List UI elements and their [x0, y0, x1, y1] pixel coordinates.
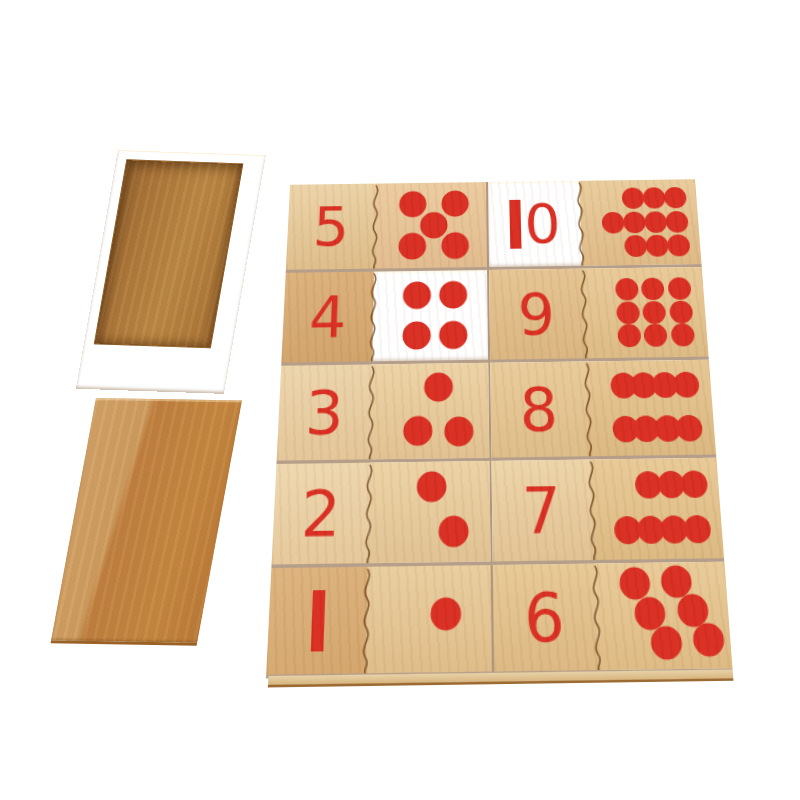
number-tile-2[interactable]: 2 — [272, 463, 370, 565]
red-dot — [399, 233, 427, 260]
red-dot — [669, 300, 693, 323]
puzzle-board: 504938276 — [266, 179, 733, 678]
red-dot — [680, 471, 708, 499]
red-dot — [438, 515, 468, 547]
domino-pair-7: 7 — [491, 458, 724, 565]
red-dot — [667, 234, 691, 256]
red-dot — [683, 515, 712, 543]
dots-tile-4[interactable] — [372, 270, 488, 361]
number-tile-6[interactable]: 6 — [492, 564, 598, 672]
dots-tile-2[interactable] — [368, 461, 490, 563]
red-dot — [664, 187, 688, 208]
dots-tile-10[interactable] — [579, 179, 702, 265]
dots-tile-7[interactable] — [590, 458, 724, 560]
number-tile-3[interactable]: 3 — [277, 364, 372, 460]
box-lid[interactable] — [51, 398, 242, 646]
number-tile-4[interactable]: 4 — [281, 272, 374, 363]
number-tile-9[interactable]: 9 — [489, 269, 586, 360]
dots-tile-6[interactable] — [594, 562, 732, 670]
domino-pair-1 — [266, 565, 494, 679]
numeral-5: 5 — [312, 199, 351, 254]
red-dot — [420, 211, 447, 238]
red-dot — [622, 188, 645, 209]
red-dot — [402, 321, 431, 350]
dots-tile-1[interactable] — [365, 565, 491, 673]
dots-tile-9[interactable] — [582, 267, 708, 358]
numeral-9: 9 — [517, 285, 557, 343]
domino-pair-10: 0 — [488, 179, 702, 270]
red-dot — [441, 190, 468, 216]
domino-pair-2: 2 — [271, 461, 492, 568]
domino-pair-9: 9 — [489, 267, 709, 363]
red-dot — [423, 372, 452, 401]
red-dot — [641, 277, 665, 300]
red-dot — [650, 626, 683, 660]
domino-pair-4: 4 — [281, 270, 490, 366]
red-dot — [616, 301, 640, 324]
red-dot — [417, 471, 447, 502]
red-dot — [403, 416, 432, 446]
scene: 504938276 — [0, 0, 800, 800]
domino-pair-6: 6 — [492, 562, 732, 676]
numeral-one-bar — [310, 589, 325, 650]
box-cavity — [94, 159, 244, 348]
numeral-6: 6 — [523, 583, 566, 652]
numeral-2: 2 — [300, 481, 343, 546]
red-dot — [619, 567, 651, 600]
red-dot — [441, 232, 469, 259]
number-tile-1[interactable] — [266, 567, 367, 675]
number-tile-7[interactable]: 7 — [491, 460, 594, 562]
number-tile-8[interactable]: 8 — [490, 361, 590, 457]
red-dot — [693, 623, 726, 657]
red-dot — [665, 210, 689, 232]
red-dot — [445, 416, 474, 446]
red-dot — [399, 191, 426, 217]
red-dot — [644, 211, 668, 233]
red-dot — [645, 235, 669, 257]
numeral-3: 3 — [304, 381, 345, 443]
red-dot — [617, 324, 641, 347]
wooden-box[interactable] — [76, 150, 266, 394]
red-dot — [643, 187, 666, 208]
red-dot — [439, 320, 467, 349]
red-dot — [642, 300, 666, 323]
red-dot — [431, 597, 462, 630]
domino-pair-5: 5 — [286, 182, 489, 273]
red-dot — [602, 211, 625, 233]
red-dot — [615, 278, 639, 301]
red-dot — [667, 277, 691, 300]
red-dot — [670, 323, 695, 346]
numeral-7: 7 — [521, 478, 563, 543]
numeral-1 — [307, 589, 328, 651]
domino-pair-8: 8 — [490, 360, 716, 461]
dots-tile-8[interactable] — [586, 360, 716, 456]
numeral-8: 8 — [519, 378, 560, 440]
dots-tile-3[interactable] — [370, 363, 489, 459]
red-dot — [676, 594, 709, 627]
dots-tile-5[interactable] — [374, 182, 486, 268]
number-tile-5[interactable]: 5 — [286, 184, 376, 270]
number-tile-10[interactable]: 0 — [488, 181, 583, 267]
red-dot — [634, 597, 666, 630]
red-dot — [672, 372, 699, 398]
red-dot — [403, 282, 431, 310]
red-dot — [660, 565, 692, 598]
numeral-4: 4 — [308, 288, 348, 346]
red-dot — [439, 281, 467, 309]
red-dot — [623, 211, 647, 233]
numeral-one-bar — [510, 199, 522, 248]
red-dot — [644, 324, 668, 347]
red-dot — [624, 235, 648, 257]
domino-pair-3: 3 — [276, 363, 491, 464]
red-dot — [675, 414, 703, 441]
numeral-10: 0 — [507, 196, 563, 251]
